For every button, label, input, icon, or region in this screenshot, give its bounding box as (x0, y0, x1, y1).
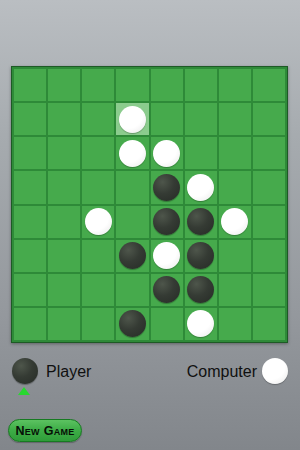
board-cell[interactable] (185, 69, 217, 101)
board-cell[interactable] (219, 137, 251, 169)
white-disc (119, 140, 146, 167)
board-cell[interactable] (151, 103, 183, 135)
board-cell[interactable] (151, 171, 183, 203)
board-cell[interactable] (219, 103, 251, 135)
black-disc (153, 208, 180, 235)
player-label: Player (46, 362, 91, 381)
white-disc (119, 106, 146, 133)
board-cell[interactable] (253, 69, 285, 101)
board-cell[interactable] (48, 137, 80, 169)
board-cell[interactable] (253, 206, 285, 238)
black-disc (153, 276, 180, 303)
black-disc (187, 276, 214, 303)
othello-app-screen: Player Computer New Game (0, 0, 300, 450)
board-cell[interactable] (48, 240, 80, 272)
board-cell[interactable] (185, 103, 217, 135)
board-cell[interactable] (253, 103, 285, 135)
board-cell[interactable] (185, 206, 217, 238)
board-cell[interactable] (14, 69, 46, 101)
board-cell[interactable] (14, 240, 46, 272)
board-cell[interactable] (48, 308, 80, 340)
board-cell[interactable] (219, 240, 251, 272)
black-disc (187, 242, 214, 269)
board-cell[interactable] (185, 308, 217, 340)
black-disc (187, 208, 214, 235)
board-cell[interactable] (151, 308, 183, 340)
player-disc (12, 358, 38, 384)
board-cell[interactable] (82, 171, 114, 203)
computer-disc (262, 358, 288, 384)
board-cell[interactable] (82, 206, 114, 238)
board-cell[interactable] (82, 69, 114, 101)
board-cell[interactable] (82, 308, 114, 340)
black-disc (119, 242, 146, 269)
board-cell[interactable] (253, 308, 285, 340)
board-cell[interactable] (116, 137, 148, 169)
board-cell[interactable] (14, 308, 46, 340)
black-disc (119, 310, 146, 337)
board-cell[interactable] (82, 274, 114, 306)
board-cell[interactable] (151, 69, 183, 101)
turn-indicator-triangle (18, 387, 30, 395)
board-cell[interactable] (151, 137, 183, 169)
board-cell[interactable] (14, 206, 46, 238)
board-cell[interactable] (116, 308, 148, 340)
board-cell[interactable] (253, 137, 285, 169)
white-disc (85, 208, 112, 235)
board-cell[interactable] (48, 274, 80, 306)
board-cell[interactable] (185, 171, 217, 203)
white-disc (153, 242, 180, 269)
computer-label: Computer (187, 362, 257, 381)
board-cell[interactable] (14, 274, 46, 306)
new-game-button[interactable]: New Game (8, 419, 82, 442)
board-cell[interactable] (116, 103, 148, 135)
white-disc (153, 140, 180, 167)
board-cell[interactable] (253, 240, 285, 272)
board-cell[interactable] (219, 308, 251, 340)
board-cell[interactable] (82, 240, 114, 272)
board-cell[interactable] (116, 240, 148, 272)
board-cell[interactable] (14, 103, 46, 135)
board-cell[interactable] (185, 274, 217, 306)
board-cell[interactable] (48, 171, 80, 203)
white-disc (187, 174, 214, 201)
board-cell[interactable] (82, 137, 114, 169)
board-cell[interactable] (219, 171, 251, 203)
board-cell[interactable] (48, 103, 80, 135)
board-cell[interactable] (14, 171, 46, 203)
board-cell[interactable] (151, 240, 183, 272)
board-cell[interactable] (253, 171, 285, 203)
board-cell[interactable] (14, 137, 46, 169)
board-cell[interactable] (82, 103, 114, 135)
board-cell[interactable] (219, 274, 251, 306)
board-cell[interactable] (219, 69, 251, 101)
board-cell[interactable] (116, 206, 148, 238)
board-cell[interactable] (116, 274, 148, 306)
board-cell[interactable] (219, 206, 251, 238)
white-disc (187, 310, 214, 337)
board-cell[interactable] (185, 137, 217, 169)
board-cell[interactable] (116, 171, 148, 203)
board-cell[interactable] (48, 69, 80, 101)
othello-board (11, 66, 288, 343)
black-disc (153, 174, 180, 201)
white-disc (221, 208, 248, 235)
board-cell[interactable] (116, 69, 148, 101)
board-cell[interactable] (151, 206, 183, 238)
board-cell[interactable] (151, 274, 183, 306)
board-cell[interactable] (48, 206, 80, 238)
board-cell[interactable] (185, 240, 217, 272)
board-cell[interactable] (253, 274, 285, 306)
